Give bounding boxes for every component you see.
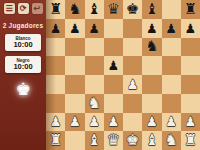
square-b5[interactable]: [65, 56, 84, 75]
square-g6[interactable]: [162, 38, 181, 57]
square-c7[interactable]: ♟: [85, 19, 104, 38]
square-g1[interactable]: ♞: [162, 131, 181, 150]
white-bishop[interactable]: ♝: [87, 133, 100, 148]
square-e4[interactable]: ♟: [123, 75, 142, 94]
undo-icon[interactable]: ↩: [32, 3, 43, 14]
square-c4[interactable]: [85, 75, 104, 94]
white-clock-time: 10:00: [5, 41, 41, 49]
square-f2[interactable]: ♟: [142, 113, 161, 132]
sidebar: ☰ ⟳ ↩ 2 Jugadores Blanco 10:00 Negro 10:…: [0, 0, 46, 150]
square-c1[interactable]: ♝: [85, 131, 104, 150]
square-d6[interactable]: [104, 38, 123, 57]
black-clock-time: 10:00: [5, 63, 41, 71]
square-e8[interactable]: ♚: [123, 0, 142, 19]
square-f3[interactable]: [142, 94, 161, 113]
square-b8[interactable]: ♞: [65, 0, 84, 19]
square-h7[interactable]: ♟: [181, 19, 200, 38]
square-c5[interactable]: [85, 56, 104, 75]
black-bishop[interactable]: ♝: [145, 2, 158, 17]
white-rook[interactable]: ♜: [49, 133, 62, 148]
black-knight[interactable]: ♞: [68, 2, 81, 17]
square-d8[interactable]: ♛: [104, 0, 123, 19]
square-b6[interactable]: [65, 38, 84, 57]
square-c8[interactable]: ♝: [85, 0, 104, 19]
toolbar: ☰ ⟳ ↩: [0, 3, 46, 14]
square-h2[interactable]: ♟: [181, 113, 200, 132]
square-a7[interactable]: ♟: [46, 19, 65, 38]
square-f4[interactable]: [142, 75, 161, 94]
white-king[interactable]: ♚: [126, 133, 139, 148]
black-pawn[interactable]: ♟: [50, 22, 62, 35]
chess-app-window: ☰ ⟳ ↩ 2 Jugadores Blanco 10:00 Negro 10:…: [0, 0, 200, 150]
square-e7[interactable]: [123, 19, 142, 38]
square-e5[interactable]: [123, 56, 142, 75]
white-pawn[interactable]: ♟: [50, 115, 62, 128]
black-pawn[interactable]: ♟: [69, 22, 81, 35]
square-e1[interactable]: ♚: [123, 131, 142, 150]
black-pawn[interactable]: ♟: [146, 22, 158, 35]
square-a3[interactable]: [46, 94, 65, 113]
square-b1[interactable]: [65, 131, 84, 150]
square-c2[interactable]: ♟: [85, 113, 104, 132]
square-d3[interactable]: [104, 94, 123, 113]
square-d4[interactable]: [104, 75, 123, 94]
white-pawn[interactable]: ♟: [69, 115, 81, 128]
black-rook[interactable]: ♜: [49, 2, 62, 17]
white-pawn[interactable]: ♟: [165, 115, 177, 128]
square-g3[interactable]: [162, 94, 181, 113]
square-h1[interactable]: ♜: [181, 131, 200, 150]
white-knight[interactable]: ♞: [87, 96, 100, 111]
black-pawn[interactable]: ♟: [185, 22, 197, 35]
restart-icon[interactable]: ⟳: [18, 3, 29, 14]
square-f5[interactable]: [142, 56, 161, 75]
square-d5[interactable]: ♟: [104, 56, 123, 75]
square-b4[interactable]: [65, 75, 84, 94]
white-pawn[interactable]: ♟: [146, 115, 158, 128]
square-f8[interactable]: ♝: [142, 0, 161, 19]
square-h3[interactable]: [181, 94, 200, 113]
square-c6[interactable]: [85, 38, 104, 57]
square-h4[interactable]: [181, 75, 200, 94]
square-f7[interactable]: ♟: [142, 19, 161, 38]
white-bishop[interactable]: ♝: [145, 133, 158, 148]
square-e3[interactable]: [123, 94, 142, 113]
black-king[interactable]: ♚: [126, 2, 139, 17]
black-queen[interactable]: ♛: [107, 2, 120, 17]
square-b2[interactable]: ♟: [65, 113, 84, 132]
white-pawn[interactable]: ♟: [88, 115, 100, 128]
square-d2[interactable]: ♟: [104, 113, 123, 132]
square-a8[interactable]: ♜: [46, 0, 65, 19]
square-e6[interactable]: [123, 38, 142, 57]
white-queen[interactable]: ♛: [107, 133, 120, 148]
white-pawn[interactable]: ♟: [185, 115, 197, 128]
square-g4[interactable]: [162, 75, 181, 94]
black-pawn[interactable]: ♟: [88, 22, 100, 35]
menu-icon[interactable]: ☰: [4, 3, 15, 14]
white-clock-card: Blanco 10:00: [5, 34, 41, 51]
square-g5[interactable]: [162, 56, 181, 75]
square-c3[interactable]: ♞: [85, 94, 104, 113]
square-g2[interactable]: ♟: [162, 113, 181, 132]
square-f1[interactable]: ♝: [142, 131, 161, 150]
square-a2[interactable]: ♟: [46, 113, 65, 132]
square-h5[interactable]: [181, 56, 200, 75]
square-a4[interactable]: [46, 75, 65, 94]
square-d1[interactable]: ♛: [104, 131, 123, 150]
square-f6[interactable]: ♞: [142, 38, 161, 57]
square-g8[interactable]: [162, 0, 181, 19]
white-pawn[interactable]: ♟: [108, 115, 120, 128]
white-pawn[interactable]: ♟: [127, 78, 139, 91]
square-d7[interactable]: [104, 19, 123, 38]
black-pawn[interactable]: ♟: [165, 22, 177, 35]
black-knight[interactable]: ♞: [145, 39, 158, 54]
square-a5[interactable]: [46, 56, 65, 75]
square-h8[interactable]: ♜: [181, 0, 200, 19]
white-king-turn-indicator-icon: ♚: [15, 80, 30, 98]
black-clock-card: Negro 10:00: [5, 56, 41, 73]
square-a6[interactable]: [46, 38, 65, 57]
black-bishop[interactable]: ♝: [87, 2, 100, 17]
players-mode-label: 2 Jugadores: [3, 22, 44, 29]
square-e2[interactable]: [123, 113, 142, 132]
square-b3[interactable]: [65, 94, 84, 113]
square-b7[interactable]: ♟: [65, 19, 84, 38]
black-pawn[interactable]: ♟: [108, 59, 120, 72]
square-g7[interactable]: ♟: [162, 19, 181, 38]
black-rook[interactable]: ♜: [184, 2, 197, 17]
square-h6[interactable]: [181, 38, 200, 57]
square-a1[interactable]: ♜: [46, 131, 65, 150]
white-knight[interactable]: ♞: [164, 133, 177, 148]
chess-board: ♜♞♝♛♚♝♜♟♟♟♟♟♟♞♟♟♞♟♟♟♟♟♟♟♜♝♛♚♝♞♜: [46, 0, 200, 150]
white-rook[interactable]: ♜: [184, 133, 197, 148]
